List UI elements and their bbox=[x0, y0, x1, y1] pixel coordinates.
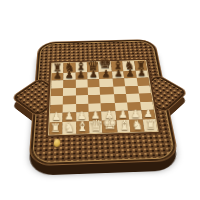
white-pawn[interactable]: ♟ bbox=[144, 108, 153, 119]
black-pawn[interactable]: ♟ bbox=[89, 69, 98, 79]
square-d4[interactable] bbox=[88, 95, 101, 104]
square-g6[interactable] bbox=[125, 78, 138, 86]
square-b6[interactable] bbox=[63, 80, 75, 88]
square-f5[interactable] bbox=[114, 86, 127, 94]
black-pawn[interactable]: ♟ bbox=[102, 69, 111, 79]
square-f1[interactable]: ♝ bbox=[117, 119, 131, 132]
white-knight[interactable]: ♞ bbox=[132, 119, 144, 132]
square-c7[interactable]: ♟ bbox=[75, 72, 87, 80]
black-pawn[interactable]: ♟ bbox=[126, 68, 135, 78]
square-a4[interactable] bbox=[50, 96, 63, 105]
square-e5[interactable] bbox=[100, 86, 114, 94]
square-c1[interactable]: ♝ bbox=[76, 121, 89, 134]
square-h4[interactable] bbox=[139, 93, 153, 102]
white-knight[interactable]: ♞ bbox=[63, 121, 75, 134]
square-g4[interactable] bbox=[126, 94, 139, 103]
square-f7[interactable]: ♟ bbox=[112, 71, 125, 79]
black-pawn[interactable]: ♟ bbox=[138, 68, 147, 78]
black-pawn[interactable]: ♟ bbox=[65, 70, 74, 80]
chess-set-photo: ♜♞♝♛♚♝♞♜♟♟♟♟♟♟♟♟♟♟♟♟♟♟♟♟♜♞♝♛♚♝♞♜ bbox=[0, 0, 200, 200]
white-bishop[interactable]: ♝ bbox=[118, 118, 130, 132]
square-a6[interactable] bbox=[51, 80, 63, 88]
square-d7[interactable]: ♟ bbox=[87, 72, 99, 80]
square-c4[interactable] bbox=[75, 95, 88, 104]
square-g7[interactable]: ♟ bbox=[124, 71, 137, 79]
square-f4[interactable] bbox=[114, 94, 127, 103]
square-b4[interactable] bbox=[63, 95, 76, 104]
white-queen[interactable]: ♛ bbox=[89, 118, 103, 133]
black-pawn[interactable]: ♟ bbox=[53, 70, 62, 80]
carved-frame: ♜♞♝♛♚♝♞♜♟♟♟♟♟♟♟♟♟♟♟♟♟♟♟♟♜♞♝♛♚♝♞♜ bbox=[28, 39, 180, 166]
folding-chess-board: ♜♞♝♛♚♝♞♜♟♟♟♟♟♟♟♟♟♟♟♟♟♟♟♟♜♞♝♛♚♝♞♜ bbox=[28, 39, 180, 166]
square-d6[interactable] bbox=[87, 79, 100, 87]
black-pawn[interactable]: ♟ bbox=[77, 70, 86, 80]
white-pawn[interactable]: ♟ bbox=[51, 111, 61, 122]
white-rook[interactable]: ♜ bbox=[145, 119, 156, 131]
square-a7[interactable]: ♟ bbox=[52, 73, 64, 81]
square-e4[interactable] bbox=[100, 94, 115, 103]
square-g1[interactable]: ♞ bbox=[130, 119, 145, 132]
white-king[interactable]: ♚ bbox=[103, 116, 118, 133]
black-pawn[interactable]: ♟ bbox=[114, 69, 123, 79]
square-a1[interactable]: ♜ bbox=[49, 122, 63, 135]
square-e1[interactable]: ♚ bbox=[102, 120, 118, 133]
square-h5[interactable] bbox=[138, 85, 151, 93]
square-b1[interactable]: ♞ bbox=[63, 121, 76, 134]
chess-grid: ♜♞♝♛♚♝♞♜♟♟♟♟♟♟♟♟♟♟♟♟♟♟♟♟♜♞♝♛♚♝♞♜ bbox=[49, 61, 157, 135]
white-rook[interactable]: ♜ bbox=[50, 122, 61, 134]
square-b7[interactable]: ♟ bbox=[63, 72, 75, 80]
square-h1[interactable]: ♜ bbox=[142, 119, 157, 132]
white-bishop[interactable]: ♝ bbox=[76, 120, 88, 134]
square-d1[interactable]: ♛ bbox=[89, 120, 103, 133]
